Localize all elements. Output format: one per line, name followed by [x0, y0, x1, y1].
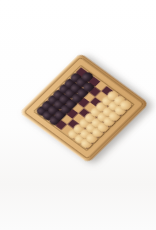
scene-background	[0, 0, 156, 230]
checkers-board	[19, 53, 149, 163]
